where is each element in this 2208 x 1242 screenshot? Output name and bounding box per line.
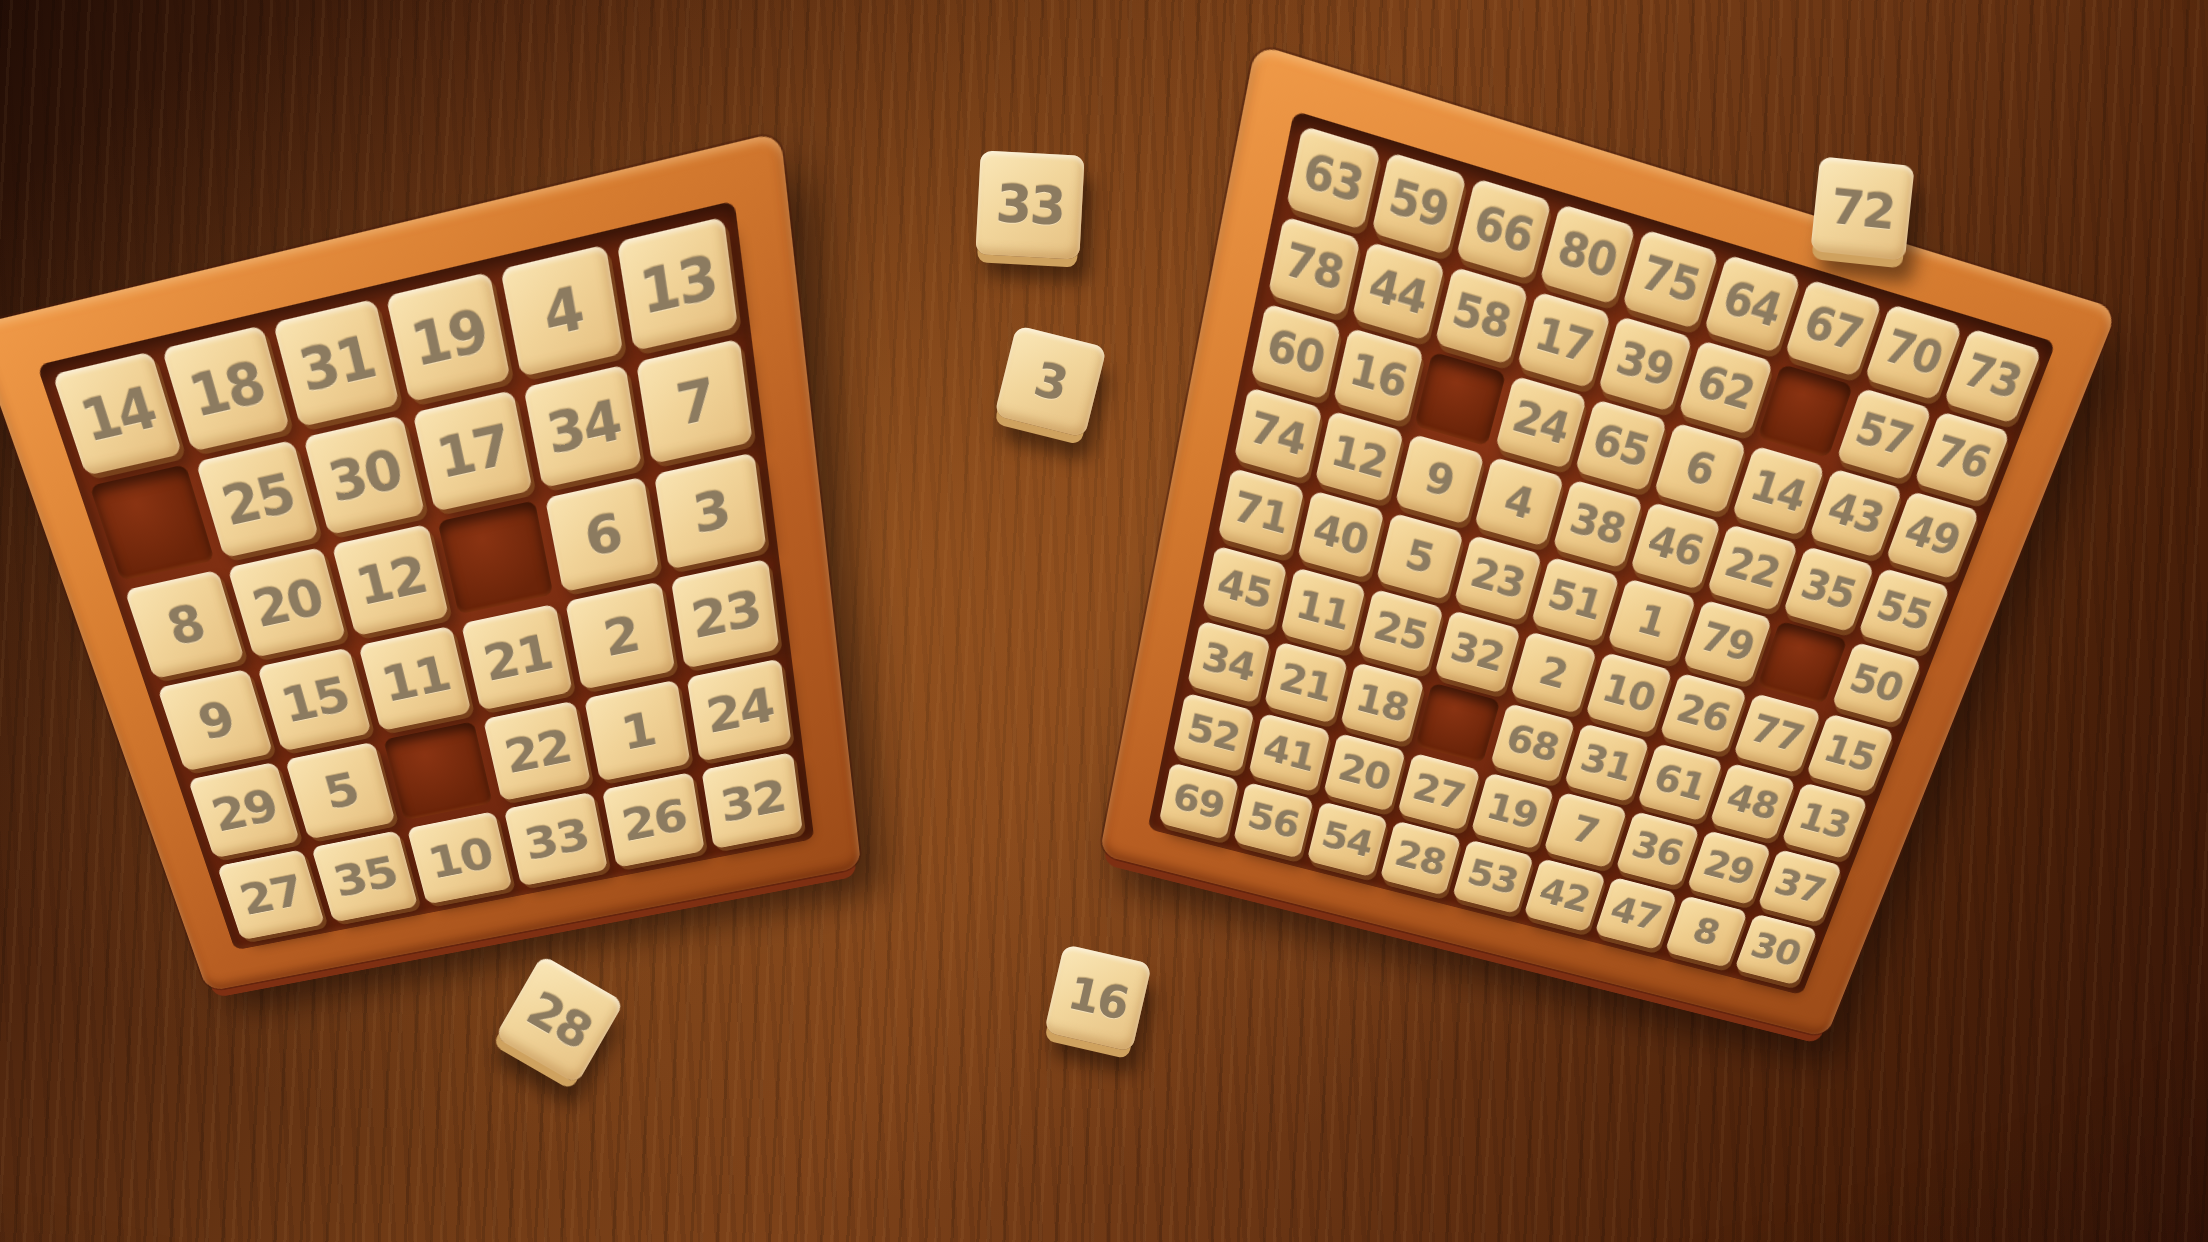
tile-face-59: 59	[1371, 152, 1467, 255]
tile-face-22: 22	[1707, 524, 1799, 611]
tile-face-55: 55	[1858, 568, 1951, 654]
tile-face-14: 14	[52, 351, 182, 475]
tile-9[interactable]: 9	[1395, 434, 1485, 525]
tile-31[interactable]: 31	[1564, 723, 1650, 802]
tile-29[interactable]: 29	[188, 762, 300, 858]
tile-face-17: 17	[412, 390, 532, 512]
tile-4[interactable]: 4	[1474, 457, 1565, 547]
tile-face-25: 25	[196, 440, 320, 558]
tile-34[interactable]: 34	[523, 364, 642, 488]
tile-face-7: 7	[1543, 792, 1627, 869]
tile-face-31: 31	[1564, 723, 1650, 802]
tile-face-51: 51	[1531, 557, 1620, 643]
tile-face-41: 41	[1248, 713, 1331, 793]
tile-face-1: 1	[584, 680, 690, 782]
tile-45[interactable]: 45	[1202, 545, 1287, 631]
tile-face-1: 1	[1607, 578, 1696, 663]
tile-face-10: 10	[407, 811, 513, 904]
tile-face-54: 54	[1307, 801, 1388, 877]
tile-face-63: 63	[1286, 126, 1381, 231]
tile-face-74: 74	[1234, 387, 1323, 480]
tile-44[interactable]: 44	[1352, 241, 1446, 340]
tile-face-57: 57	[1836, 388, 1932, 481]
tile-31[interactable]: 31	[273, 299, 400, 427]
tile-54[interactable]: 54	[1307, 801, 1388, 877]
table-surface: 1418311941325301734782012639151121223295…	[0, 0, 2208, 1242]
tile-16[interactable]: 16	[1333, 328, 1425, 424]
tile-face-70: 70	[1864, 304, 1963, 401]
tile-17[interactable]: 17	[1517, 291, 1612, 388]
tile-face-19: 19	[1471, 772, 1555, 849]
tile-5[interactable]: 5	[1376, 513, 1464, 601]
empty-slot	[437, 500, 553, 614]
tile-20[interactable]: 20	[1323, 733, 1406, 812]
tile-face-67: 67	[1784, 279, 1882, 377]
tile-42[interactable]: 42	[1523, 858, 1606, 932]
tile-face-19: 19	[386, 272, 511, 402]
tile-3[interactable]: 3	[654, 452, 767, 569]
tile-face-21: 21	[1264, 641, 1348, 724]
tile-67[interactable]: 67	[1784, 279, 1882, 377]
empty-slot	[383, 721, 492, 820]
tile-24[interactable]: 24	[1495, 375, 1587, 469]
tile-80[interactable]: 80	[1539, 204, 1636, 305]
tile-10[interactable]: 10	[1585, 652, 1673, 734]
tile-face-46: 46	[1630, 502, 1721, 590]
tile-23[interactable]: 23	[671, 559, 780, 669]
tile-face-20: 20	[227, 547, 346, 658]
tile-19[interactable]: 19	[1471, 772, 1555, 849]
tile-64[interactable]: 64	[1703, 254, 1801, 353]
tile-19[interactable]: 19	[386, 272, 511, 402]
tile-face-42: 42	[1523, 858, 1606, 932]
board-left: 1418311941325301734782012639151121223295…	[0, 132, 861, 992]
tile-71[interactable]: 71	[1218, 468, 1305, 558]
tile-face-36: 36	[1615, 811, 1700, 887]
tile-face-32: 32	[701, 752, 803, 849]
tile-13[interactable]: 13	[1781, 782, 1868, 859]
tile-face-30: 30	[1734, 913, 1818, 985]
tile-7[interactable]: 7	[1543, 792, 1627, 869]
tile-face-68: 68	[1490, 703, 1575, 783]
tile-face-2: 2	[565, 581, 675, 689]
tile-13[interactable]: 13	[617, 217, 738, 351]
tile-17[interactable]: 17	[412, 390, 532, 512]
tile-26[interactable]: 26	[602, 772, 705, 868]
tile-56[interactable]: 56	[1233, 782, 1314, 859]
tile-face-39: 39	[1598, 316, 1693, 412]
tile-27[interactable]: 27	[217, 849, 325, 940]
loose-tile-33[interactable]: 33	[975, 150, 1084, 259]
board-right: 6359668075646770737844581739625776601624…	[1099, 44, 2118, 1038]
tile-22[interactable]: 22	[483, 701, 591, 801]
tile-1[interactable]: 1	[584, 680, 690, 782]
empty-slot	[90, 464, 215, 580]
tile-face-48: 48	[1709, 763, 1796, 841]
board-right-grid: 6359668075646770737844581739625776601624…	[1159, 126, 2043, 986]
tile-face-15: 15	[257, 647, 372, 751]
tile-face-32: 32	[1434, 610, 1521, 694]
tile-22[interactable]: 22	[1707, 524, 1799, 611]
tile-face-66: 66	[1456, 178, 1552, 280]
tile-48[interactable]: 48	[1709, 763, 1796, 841]
tile-2[interactable]: 2	[1510, 631, 1597, 714]
tile-66[interactable]: 66	[1456, 178, 1552, 280]
tile-26[interactable]: 26	[1659, 673, 1747, 754]
tile-25[interactable]: 25	[1358, 589, 1444, 674]
tile-face-26: 26	[1659, 673, 1747, 754]
tile-face-53: 53	[1452, 839, 1534, 914]
empty-slot	[1414, 352, 1506, 447]
tile-29[interactable]: 29	[1687, 830, 1772, 905]
empty-slot	[1415, 683, 1500, 764]
empty-slot	[1757, 621, 1847, 704]
tile-57[interactable]: 57	[1836, 388, 1932, 481]
tile-55[interactable]: 55	[1858, 568, 1951, 654]
tile-39[interactable]: 39	[1598, 316, 1693, 412]
tile-10[interactable]: 10	[407, 811, 513, 904]
tile-face-65: 65	[1575, 399, 1668, 492]
tile-15[interactable]: 15	[257, 647, 372, 751]
tile-75[interactable]: 75	[1622, 229, 1719, 329]
tile-face-27: 27	[1397, 753, 1480, 831]
tile-32[interactable]: 32	[1434, 610, 1521, 694]
tile-face-52: 52	[1173, 692, 1255, 773]
empty-slot	[1757, 364, 1853, 458]
tile-28[interactable]: 28	[1380, 820, 1462, 896]
tile-face-6: 6	[545, 477, 659, 593]
tile-65[interactable]: 65	[1575, 399, 1668, 492]
tile-face-77: 77	[1733, 693, 1821, 774]
tile-face-78: 78	[1268, 216, 1361, 317]
tile-face-12: 12	[332, 524, 449, 636]
tile-41[interactable]: 41	[1248, 713, 1331, 793]
tile-face-60: 60	[1250, 303, 1341, 400]
tile-25[interactable]: 25	[196, 440, 320, 558]
tile-12[interactable]: 12	[1315, 410, 1405, 502]
tile-43[interactable]: 43	[1809, 468, 1903, 558]
tile-face-50: 50	[1831, 642, 1922, 725]
tile-38[interactable]: 38	[1552, 479, 1643, 568]
tile-face-45: 45	[1202, 545, 1287, 631]
tile-1[interactable]: 1	[1607, 578, 1696, 663]
tile-face-58: 58	[1435, 266, 1529, 364]
loose-tile-72[interactable]: 72	[1810, 156, 1914, 260]
tile-face-24: 24	[687, 658, 792, 761]
tile-face-23: 23	[671, 559, 780, 669]
tile-face-38: 38	[1552, 479, 1643, 568]
tile-face-12: 12	[1315, 410, 1405, 502]
tile-face-73: 73	[1943, 328, 2042, 424]
tile-76[interactable]: 76	[1914, 411, 2011, 503]
tile-4[interactable]: 4	[500, 244, 623, 376]
tile-37[interactable]: 37	[1757, 849, 1842, 923]
tile-face-76: 76	[1914, 411, 2011, 503]
tile-face-16: 16	[1333, 328, 1425, 424]
tile-32[interactable]: 32	[701, 752, 803, 849]
tile-70[interactable]: 70	[1864, 304, 1963, 401]
board-left-well: 1418311941325301734782012639151121223295…	[37, 201, 814, 951]
tile-face-9: 9	[1395, 434, 1485, 525]
tile-face-27: 27	[217, 849, 325, 940]
tile-face-2: 2	[1510, 631, 1597, 714]
tile-36[interactable]: 36	[1615, 811, 1700, 887]
tile-40[interactable]: 40	[1297, 490, 1385, 579]
tile-face-7: 7	[636, 339, 753, 464]
tile-9[interactable]: 9	[157, 669, 273, 772]
tile-23[interactable]: 23	[1454, 535, 1543, 622]
tile-face-35: 35	[311, 830, 418, 922]
tile-27[interactable]: 27	[1397, 753, 1480, 831]
tile-face-56: 56	[1233, 782, 1314, 859]
tile-face-4: 4	[500, 244, 623, 376]
tile-63[interactable]: 63	[1286, 126, 1381, 231]
tile-face-34: 34	[1187, 620, 1271, 703]
tile-79[interactable]: 79	[1683, 600, 1773, 684]
tile-face-13: 13	[1781, 782, 1868, 859]
tile-73[interactable]: 73	[1943, 328, 2042, 424]
tile-face-29: 29	[188, 762, 300, 858]
tile-34[interactable]: 34	[1187, 620, 1271, 703]
tile-face-35: 35	[1783, 546, 1875, 632]
tile-face-10: 10	[1585, 652, 1673, 734]
tile-51[interactable]: 51	[1531, 557, 1620, 643]
loose-tile-3[interactable]: 3	[994, 325, 1107, 438]
tile-face-37: 37	[1757, 849, 1842, 923]
tile-face-31: 31	[273, 299, 400, 427]
tile-52[interactable]: 52	[1173, 692, 1255, 773]
tile-46[interactable]: 46	[1630, 502, 1721, 590]
tile-face-79: 79	[1683, 600, 1773, 684]
tile-face-23: 23	[1454, 535, 1543, 622]
tile-face-49: 49	[1885, 491, 1980, 580]
tile-face-4: 4	[1474, 457, 1565, 547]
tile-face-21: 21	[461, 604, 573, 711]
tile-face-28: 28	[1380, 820, 1462, 896]
tile-47[interactable]: 47	[1594, 877, 1677, 950]
board-left-grid: 1418311941325301734782012639151121223295…	[52, 217, 803, 941]
tile-face-14: 14	[1732, 445, 1826, 536]
tile-49[interactable]: 49	[1885, 491, 1980, 580]
tile-11[interactable]: 11	[358, 626, 471, 731]
tile-face-43: 43	[1809, 468, 1903, 558]
tile-35[interactable]: 35	[311, 830, 418, 922]
tile-face-15: 15	[1806, 713, 1895, 793]
tile-face-80: 80	[1539, 204, 1636, 305]
tile-face-17: 17	[1517, 291, 1612, 388]
tile-face-61: 61	[1637, 743, 1723, 822]
tile-face-13: 13	[617, 217, 738, 351]
tile-11[interactable]: 11	[1280, 567, 1366, 653]
tile-21[interactable]: 21	[1264, 641, 1348, 724]
tile-12[interactable]: 12	[332, 524, 449, 636]
tile-33[interactable]: 33	[504, 792, 608, 887]
tile-6[interactable]: 6	[545, 477, 659, 593]
tile-24[interactable]: 24	[687, 658, 792, 761]
tile-face-3: 3	[654, 452, 767, 569]
tile-face-30: 30	[303, 415, 425, 535]
tile-77[interactable]: 77	[1733, 693, 1821, 774]
tile-61[interactable]: 61	[1637, 743, 1723, 822]
tile-face-40: 40	[1297, 490, 1385, 579]
tile-face-9: 9	[157, 669, 273, 772]
tile-60[interactable]: 60	[1250, 303, 1341, 400]
tile-face-11: 11	[1280, 567, 1366, 653]
tile-face-25: 25	[1358, 589, 1444, 674]
tile-face-44: 44	[1352, 241, 1446, 340]
tile-74[interactable]: 74	[1234, 387, 1323, 480]
tile-face-5: 5	[1376, 513, 1464, 601]
tile-6[interactable]: 6	[1653, 422, 1746, 514]
tile-face-8: 8	[1665, 895, 1748, 968]
board-right-well: 6359668075646770737844581739625776601624…	[1148, 111, 2057, 996]
tile-face-24: 24	[1495, 375, 1587, 469]
tile-face-5: 5	[285, 742, 396, 840]
tile-face-22: 22	[483, 701, 591, 801]
tile-7[interactable]: 7	[636, 339, 753, 464]
tile-face-69: 69	[1159, 762, 1240, 840]
tile-face-64: 64	[1703, 254, 1801, 353]
tile-15[interactable]: 15	[1806, 713, 1895, 793]
tile-face-75: 75	[1622, 229, 1719, 329]
tile-face-18: 18	[162, 325, 291, 451]
tile-2[interactable]: 2	[565, 581, 675, 689]
tile-50[interactable]: 50	[1831, 642, 1922, 725]
loose-tile-16[interactable]: 16	[1044, 944, 1152, 1052]
tile-face-62: 62	[1678, 340, 1773, 435]
tile-face-29: 29	[1687, 830, 1772, 905]
tile-face-71: 71	[1218, 468, 1305, 558]
tile-21[interactable]: 21	[461, 604, 573, 711]
tile-8[interactable]: 8	[124, 570, 244, 679]
tile-face-8: 8	[124, 570, 244, 679]
tile-30[interactable]: 30	[303, 415, 425, 535]
tile-69[interactable]: 69	[1159, 762, 1240, 840]
tile-face-11: 11	[358, 626, 471, 731]
tile-30[interactable]: 30	[1734, 913, 1818, 985]
tile-35[interactable]: 35	[1783, 546, 1875, 632]
tile-face-26: 26	[602, 772, 705, 868]
tile-59[interactable]: 59	[1371, 152, 1467, 255]
tile-20[interactable]: 20	[227, 547, 346, 658]
tile-face-34: 34	[523, 364, 642, 488]
tile-18[interactable]: 18	[1340, 662, 1425, 744]
tile-face-20: 20	[1323, 733, 1406, 812]
tile-62[interactable]: 62	[1678, 340, 1773, 435]
tile-68[interactable]: 68	[1490, 703, 1575, 783]
tile-face-33: 33	[504, 792, 608, 887]
tile-14[interactable]: 14	[52, 351, 182, 475]
tile-78[interactable]: 78	[1268, 216, 1361, 317]
tile-58[interactable]: 58	[1435, 266, 1529, 364]
tile-face-6: 6	[1653, 422, 1746, 514]
tile-53[interactable]: 53	[1452, 839, 1534, 914]
tile-8[interactable]: 8	[1665, 895, 1748, 968]
loose-tile-28[interactable]: 28	[495, 955, 625, 1085]
tile-18[interactable]: 18	[162, 325, 291, 451]
tile-5[interactable]: 5	[285, 742, 396, 840]
tile-face-18: 18	[1340, 662, 1425, 744]
tile-face-47: 47	[1594, 877, 1677, 950]
tile-14[interactable]: 14	[1732, 445, 1826, 536]
